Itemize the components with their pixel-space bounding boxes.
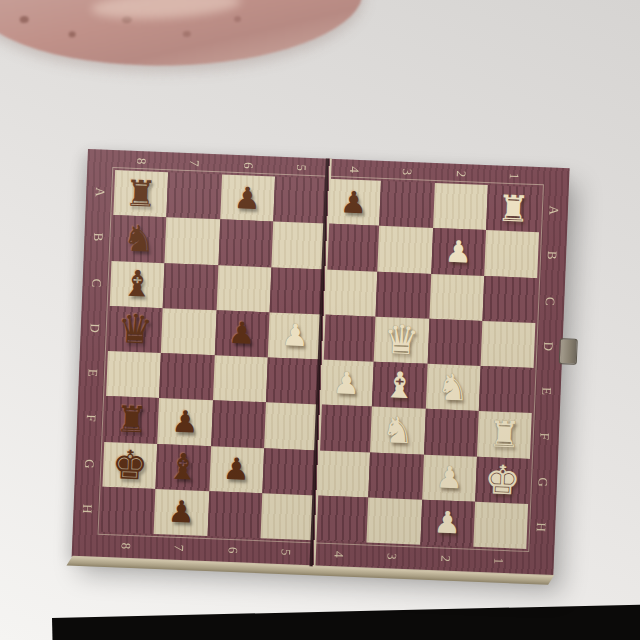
square-f3[interactable]: ♞ bbox=[370, 407, 425, 454]
square-b2[interactable]: ♟ bbox=[431, 228, 486, 275]
file-label-right-c: C bbox=[527, 286, 573, 316]
square-c5[interactable] bbox=[269, 267, 324, 314]
piece-white-queen-d3[interactable]: ♛ bbox=[374, 316, 429, 363]
square-d4[interactable] bbox=[321, 314, 376, 361]
file-labels-right: ABCDEFGH bbox=[526, 187, 569, 550]
piece-black-pawn-d6[interactable]: ♟ bbox=[214, 310, 269, 357]
square-b3[interactable] bbox=[378, 226, 433, 273]
file-label-left-f: F bbox=[68, 403, 114, 433]
piece-black-bishop-g7[interactable]: ♝ bbox=[156, 444, 211, 491]
rank-label-bottom-8: 8 bbox=[113, 519, 141, 573]
square-d6[interactable]: ♟ bbox=[214, 310, 269, 357]
speckle bbox=[234, 16, 241, 22]
piece-white-pawn-g2[interactable]: ♟ bbox=[422, 454, 477, 501]
square-f4[interactable] bbox=[317, 405, 372, 452]
square-f6[interactable] bbox=[211, 400, 266, 447]
rank-label-bottom-4: 4 bbox=[325, 527, 353, 581]
photo-scene: 87654321 87654321 ABCDEFGH ABCDEFGH ♜♟♟♜… bbox=[0, 0, 640, 640]
square-e2[interactable]: ♞ bbox=[425, 364, 480, 411]
rank-label-bottom-6: 6 bbox=[219, 523, 247, 577]
file-label-left-e: E bbox=[70, 358, 116, 388]
file-label-right-e: E bbox=[523, 376, 569, 406]
file-label-right-d: D bbox=[525, 331, 571, 361]
table-edge-shadow bbox=[52, 603, 640, 640]
rank-label-top-6: 6 bbox=[238, 138, 260, 192]
square-e7[interactable] bbox=[159, 353, 214, 400]
speckle bbox=[68, 31, 75, 37]
piece-white-pawn-e4[interactable]: ♟ bbox=[319, 360, 374, 407]
file-label-left-b: B bbox=[75, 222, 121, 252]
piece-white-knight-e2[interactable]: ♞ bbox=[425, 364, 480, 411]
square-c7[interactable] bbox=[163, 263, 218, 310]
square-d7[interactable] bbox=[161, 308, 216, 355]
rank-label-bottom-5: 5 bbox=[272, 525, 300, 579]
piece-white-pawn-d5[interactable]: ♟ bbox=[268, 312, 323, 359]
square-d3[interactable]: ♛ bbox=[374, 316, 429, 363]
file-label-right-h: H bbox=[518, 512, 564, 542]
square-c4[interactable] bbox=[323, 269, 378, 316]
square-b4[interactable] bbox=[324, 224, 379, 271]
square-g5[interactable] bbox=[262, 448, 317, 495]
square-g2[interactable]: ♟ bbox=[422, 454, 477, 501]
speckle bbox=[20, 16, 29, 23]
rank-label-bottom-3: 3 bbox=[379, 529, 407, 583]
square-g7[interactable]: ♝ bbox=[156, 444, 211, 491]
square-b7[interactable] bbox=[165, 217, 220, 264]
file-label-left-c: C bbox=[73, 268, 119, 298]
rank-label-bottom-1: 1 bbox=[485, 534, 513, 588]
speckle bbox=[183, 31, 191, 37]
rank-label-bottom-2: 2 bbox=[432, 532, 460, 586]
square-f7[interactable]: ♟ bbox=[157, 398, 212, 445]
square-g4[interactable] bbox=[315, 450, 370, 497]
square-c6[interactable] bbox=[216, 265, 271, 312]
rank-label-top-8: 8 bbox=[131, 134, 153, 188]
square-b5[interactable] bbox=[271, 222, 326, 269]
square-e4[interactable]: ♟ bbox=[319, 360, 374, 407]
file-label-left-a: A bbox=[77, 177, 123, 207]
square-g6[interactable]: ♟ bbox=[209, 446, 264, 493]
piece-white-pawn-b2[interactable]: ♟ bbox=[431, 228, 486, 275]
square-e3[interactable]: ♝ bbox=[372, 362, 427, 409]
file-label-right-f: F bbox=[522, 422, 568, 452]
square-c2[interactable] bbox=[429, 273, 484, 320]
highlight bbox=[91, 0, 242, 22]
square-g3[interactable] bbox=[368, 452, 423, 499]
rank-label-top-5: 5 bbox=[291, 141, 313, 195]
rank-label-bottom-7: 7 bbox=[166, 521, 194, 575]
rank-label-top-1: 1 bbox=[504, 149, 526, 203]
square-c3[interactable] bbox=[376, 271, 431, 318]
square-f5[interactable] bbox=[264, 403, 319, 450]
piece-black-pawn-f7[interactable]: ♟ bbox=[157, 398, 212, 445]
rank-label-top-4: 4 bbox=[344, 143, 366, 197]
square-e5[interactable] bbox=[266, 357, 321, 404]
file-label-left-g: G bbox=[66, 449, 112, 479]
piece-white-bishop-e3[interactable]: ♝ bbox=[372, 362, 427, 409]
blurred-background-object bbox=[0, 0, 366, 77]
chess-board: 87654321 87654321 ABCDEFGH ABCDEFGH ♜♟♟♜… bbox=[72, 149, 570, 576]
rank-label-top-7: 7 bbox=[184, 136, 206, 190]
file-label-right-a: A bbox=[531, 195, 577, 225]
file-label-left-d: D bbox=[72, 313, 118, 343]
file-label-left-h: H bbox=[64, 494, 110, 524]
square-d2[interactable] bbox=[427, 319, 482, 366]
piece-black-pawn-g6[interactable]: ♟ bbox=[209, 446, 264, 493]
file-label-right-g: G bbox=[520, 467, 566, 497]
file-label-right-b: B bbox=[529, 241, 575, 271]
rank-label-top-3: 3 bbox=[397, 145, 419, 199]
square-d5[interactable]: ♟ bbox=[268, 312, 323, 359]
square-f2[interactable] bbox=[424, 409, 479, 456]
piece-white-knight-f3[interactable]: ♞ bbox=[370, 407, 425, 454]
rank-label-top-2: 2 bbox=[450, 147, 472, 201]
square-e6[interactable] bbox=[213, 355, 268, 402]
square-b6[interactable] bbox=[218, 220, 273, 267]
